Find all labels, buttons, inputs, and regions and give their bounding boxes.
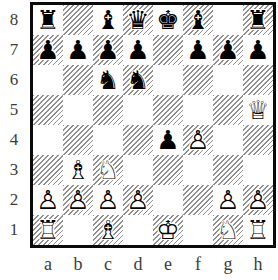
square-d7[interactable]: ♟♟ <box>123 35 153 65</box>
black-queen: ♛♛ <box>123 5 153 35</box>
square-h7[interactable]: ♟♟ <box>243 35 273 65</box>
square-h5[interactable]: ♛♕ <box>243 95 273 125</box>
piece-outline-layer: ♜ <box>33 5 63 35</box>
rank-label-7: 7 <box>0 35 28 65</box>
piece-outline-layer: ♟ <box>33 35 63 65</box>
square-d6[interactable]: ♞♞ <box>123 65 153 95</box>
chess-diagram: 87654321 ♜♜♝♝♛♛♚♚♝♝♜♜♟♟♟♟♟♟♟♟♟♟♟♟♟♟♞♞♞♞♛… <box>0 0 278 280</box>
square-g1[interactable]: ♞♘ <box>213 215 243 245</box>
piece-outline-layer: ♔ <box>153 215 183 245</box>
square-f5[interactable] <box>183 95 213 125</box>
piece-outline-layer: ♟ <box>63 35 93 65</box>
rank-label-8: 8 <box>0 5 28 35</box>
square-h6[interactable] <box>243 65 273 95</box>
piece-outline-layer: ♟ <box>183 35 213 65</box>
square-g6[interactable] <box>213 65 243 95</box>
square-a8[interactable]: ♜♜ <box>33 5 63 35</box>
square-d3[interactable] <box>123 155 153 185</box>
piece-outline-layer: ♙ <box>213 185 243 215</box>
black-pawn: ♟♟ <box>123 35 153 65</box>
file-label-f: f <box>183 251 213 277</box>
square-f3[interactable] <box>183 155 213 185</box>
square-d5[interactable] <box>123 95 153 125</box>
square-c3[interactable]: ♞♘ <box>93 155 123 185</box>
square-h8[interactable]: ♜♜ <box>243 5 273 35</box>
black-pawn: ♟♟ <box>243 35 273 65</box>
square-h4[interactable] <box>243 125 273 155</box>
square-f4[interactable]: ♟♙ <box>183 125 213 155</box>
black-bishop: ♝♝ <box>93 5 123 35</box>
square-c1[interactable]: ♝♗ <box>93 215 123 245</box>
piece-outline-layer: ♖ <box>33 215 63 245</box>
white-pawn: ♟♙ <box>33 185 63 215</box>
white-pawn: ♟♙ <box>243 185 273 215</box>
square-e2[interactable] <box>153 185 183 215</box>
square-g8[interactable] <box>213 5 243 35</box>
square-c6[interactable]: ♞♞ <box>93 65 123 95</box>
black-pawn: ♟♟ <box>63 35 93 65</box>
piece-outline-layer: ♕ <box>243 95 273 125</box>
square-a1[interactable]: ♜♖ <box>33 215 63 245</box>
square-g3[interactable] <box>213 155 243 185</box>
square-g4[interactable] <box>213 125 243 155</box>
square-e7[interactable] <box>153 35 183 65</box>
rank-labels: 87654321 <box>0 5 28 245</box>
square-b2[interactable]: ♟♙ <box>63 185 93 215</box>
square-c8[interactable]: ♝♝ <box>93 5 123 35</box>
square-a7[interactable]: ♟♟ <box>33 35 63 65</box>
square-d1[interactable] <box>123 215 153 245</box>
chess-board: ♜♜♝♝♛♛♚♚♝♝♜♜♟♟♟♟♟♟♟♟♟♟♟♟♟♟♞♞♞♞♛♕♟♟♟♙♝♗♞♘… <box>30 2 276 248</box>
black-pawn: ♟♟ <box>33 35 63 65</box>
square-e1[interactable]: ♚♔ <box>153 215 183 245</box>
file-label-e: e <box>153 251 183 277</box>
square-f2[interactable] <box>183 185 213 215</box>
square-h3[interactable] <box>243 155 273 185</box>
square-g7[interactable]: ♟♟ <box>213 35 243 65</box>
white-king: ♚♔ <box>153 215 183 245</box>
piece-outline-layer: ♗ <box>93 215 123 245</box>
white-bishop: ♝♗ <box>93 215 123 245</box>
piece-outline-layer: ♙ <box>243 185 273 215</box>
white-bishop: ♝♗ <box>63 155 93 185</box>
piece-outline-layer: ♖ <box>243 215 273 245</box>
white-pawn: ♟♙ <box>123 185 153 215</box>
rank-label-4: 4 <box>0 125 28 155</box>
square-c2[interactable]: ♟♙ <box>93 185 123 215</box>
square-e6[interactable] <box>153 65 183 95</box>
file-labels: abcdefgh <box>33 251 273 277</box>
white-pawn: ♟♙ <box>183 125 213 155</box>
square-g2[interactable]: ♟♙ <box>213 185 243 215</box>
black-king: ♚♚ <box>153 5 183 35</box>
file-label-a: a <box>33 251 63 277</box>
square-b3[interactable]: ♝♗ <box>63 155 93 185</box>
white-rook: ♜♖ <box>33 215 63 245</box>
square-e8[interactable]: ♚♚ <box>153 5 183 35</box>
piece-outline-layer: ♙ <box>93 185 123 215</box>
piece-outline-layer: ♟ <box>153 125 183 155</box>
square-c5[interactable] <box>93 95 123 125</box>
square-e4[interactable]: ♟♟ <box>153 125 183 155</box>
rank-label-2: 2 <box>0 185 28 215</box>
white-knight: ♞♘ <box>213 215 243 245</box>
white-pawn: ♟♙ <box>213 185 243 215</box>
piece-outline-layer: ♛ <box>123 5 153 35</box>
square-b4[interactable] <box>63 125 93 155</box>
piece-outline-layer: ♟ <box>243 35 273 65</box>
piece-outline-layer: ♝ <box>183 5 213 35</box>
square-f6[interactable] <box>183 65 213 95</box>
white-knight: ♞♘ <box>93 155 123 185</box>
white-rook: ♜♖ <box>243 215 273 245</box>
black-pawn: ♟♟ <box>183 35 213 65</box>
square-a3[interactable] <box>33 155 63 185</box>
file-label-h: h <box>243 251 273 277</box>
square-d2[interactable]: ♟♙ <box>123 185 153 215</box>
file-label-d: d <box>123 251 153 277</box>
rank-label-5: 5 <box>0 95 28 125</box>
file-label-g: g <box>213 251 243 277</box>
black-pawn: ♟♟ <box>213 35 243 65</box>
square-d4[interactable] <box>123 125 153 155</box>
piece-outline-layer: ♙ <box>33 185 63 215</box>
white-queen: ♛♕ <box>243 95 273 125</box>
piece-outline-layer: ♞ <box>93 65 123 95</box>
black-pawn: ♟♟ <box>93 35 123 65</box>
square-b7[interactable]: ♟♟ <box>63 35 93 65</box>
square-e3[interactable] <box>153 155 183 185</box>
piece-outline-layer: ♝ <box>93 5 123 35</box>
piece-outline-layer: ♟ <box>213 35 243 65</box>
square-g5[interactable] <box>213 95 243 125</box>
rank-label-3: 3 <box>0 155 28 185</box>
file-label-c: c <box>93 251 123 277</box>
square-a6[interactable] <box>33 65 63 95</box>
piece-outline-layer: ♙ <box>183 125 213 155</box>
white-pawn: ♟♙ <box>93 185 123 215</box>
square-b5[interactable] <box>63 95 93 125</box>
piece-outline-layer: ♙ <box>123 185 153 215</box>
black-rook: ♜♜ <box>243 5 273 35</box>
piece-outline-layer: ♘ <box>93 155 123 185</box>
square-c7[interactable]: ♟♟ <box>93 35 123 65</box>
piece-outline-layer: ♜ <box>243 5 273 35</box>
piece-outline-layer: ♚ <box>153 5 183 35</box>
piece-outline-layer: ♙ <box>63 185 93 215</box>
square-f8[interactable]: ♝♝ <box>183 5 213 35</box>
black-bishop: ♝♝ <box>183 5 213 35</box>
square-a4[interactable] <box>33 125 63 155</box>
square-b8[interactable] <box>63 5 93 35</box>
square-h2[interactable]: ♟♙ <box>243 185 273 215</box>
black-rook: ♜♜ <box>33 5 63 35</box>
square-a5[interactable] <box>33 95 63 125</box>
piece-outline-layer: ♟ <box>93 35 123 65</box>
square-f1[interactable] <box>183 215 213 245</box>
black-knight: ♞♞ <box>123 65 153 95</box>
square-c4[interactable] <box>93 125 123 155</box>
square-h1[interactable]: ♜♖ <box>243 215 273 245</box>
rank-label-1: 1 <box>0 215 28 245</box>
piece-outline-layer: ♘ <box>213 215 243 245</box>
piece-outline-layer: ♞ <box>123 65 153 95</box>
square-d8[interactable]: ♛♛ <box>123 5 153 35</box>
square-b1[interactable] <box>63 215 93 245</box>
black-knight: ♞♞ <box>93 65 123 95</box>
rank-label-6: 6 <box>0 65 28 95</box>
square-b6[interactable] <box>63 65 93 95</box>
black-pawn: ♟♟ <box>153 125 183 155</box>
file-label-b: b <box>63 251 93 277</box>
piece-outline-layer: ♗ <box>63 155 93 185</box>
square-f7[interactable]: ♟♟ <box>183 35 213 65</box>
square-a2[interactable]: ♟♙ <box>33 185 63 215</box>
square-e5[interactable] <box>153 95 183 125</box>
white-pawn: ♟♙ <box>63 185 93 215</box>
piece-outline-layer: ♟ <box>123 35 153 65</box>
